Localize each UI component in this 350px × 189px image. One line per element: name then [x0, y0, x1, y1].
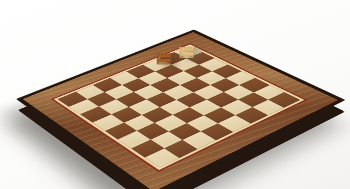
square-g7: ♟	[87, 92, 117, 107]
product-photo-scene: ♜♞♝♚♛♝♞♜♟♟♟♟♟♟♟♟♟♟♟♟♟♟♟♟♜♞♝♚♛♝♞♜ ♛ ♛	[0, 0, 350, 189]
perspective-stage: ♜♞♝♚♛♝♞♜♟♟♟♟♟♟♟♟♟♟♟♟♟♟♟♟♜♞♝♚♛♝♞♜ ♛ ♛	[0, 0, 350, 189]
square-c6	[155, 115, 187, 131]
chess-board: ♜♞♝♚♛♝♞♜♟♟♟♟♟♟♟♟♟♟♟♟♟♟♟♟♜♞♝♚♛♝♞♜ ♛ ♛	[16, 30, 345, 189]
square-c3	[207, 92, 238, 107]
